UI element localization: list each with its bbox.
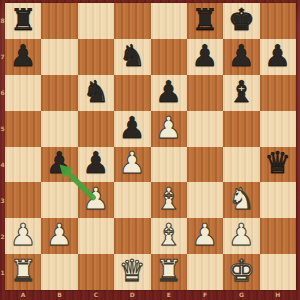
square-c8[interactable] [78, 3, 114, 39]
square-e2[interactable]: ♝ [151, 218, 187, 254]
square-b2[interactable]: ♟ [41, 218, 77, 254]
square-b4[interactable]: ♟ [41, 147, 77, 183]
file-label-d: D [114, 290, 150, 300]
rank-label-7: 7 [0, 53, 5, 60]
square-b5[interactable] [41, 111, 77, 147]
black-rook-a8[interactable]: ♜ [10, 5, 37, 35]
black-rook-f8[interactable]: ♜ [192, 5, 219, 35]
black-pawn-f7[interactable]: ♟ [192, 41, 219, 71]
rank-label-1: 1 [0, 269, 5, 276]
square-a6[interactable] [5, 75, 41, 111]
square-c1[interactable] [78, 254, 114, 290]
square-c5[interactable] [78, 111, 114, 147]
square-f3[interactable] [187, 182, 223, 218]
black-bishop-g6[interactable]: ♝ [228, 77, 255, 107]
square-b3[interactable] [41, 182, 77, 218]
square-c3[interactable]: ♟ [78, 182, 114, 218]
square-c6[interactable]: ♞ [78, 75, 114, 111]
square-h6[interactable] [260, 75, 296, 111]
square-d4[interactable]: ♟ [114, 147, 150, 183]
chess-board-frame: ♜♜♚♟♞♟♟♟♞♟♝♟♟♟♟♟♛♟♝♞♟♟♝♟♟♜♛♜♚ 87654321 A… [0, 0, 300, 300]
square-e7[interactable] [151, 39, 187, 75]
square-a3[interactable] [5, 182, 41, 218]
black-pawn-b4[interactable]: ♟ [46, 148, 73, 178]
square-b7[interactable] [41, 39, 77, 75]
white-rook-e1[interactable]: ♜ [155, 256, 182, 286]
square-c4[interactable]: ♟ [78, 147, 114, 183]
square-h3[interactable] [260, 182, 296, 218]
square-e8[interactable] [151, 3, 187, 39]
square-f4[interactable] [187, 147, 223, 183]
board: ♜♜♚♟♞♟♟♟♞♟♝♟♟♟♟♟♛♟♝♞♟♟♝♟♟♜♛♜♚ [5, 3, 296, 290]
square-c2[interactable] [78, 218, 114, 254]
black-king-g8[interactable]: ♚ [228, 5, 255, 35]
file-label-g: G [223, 290, 259, 300]
square-e4[interactable] [151, 147, 187, 183]
square-f8[interactable]: ♜ [187, 3, 223, 39]
white-pawn-a2[interactable]: ♟ [10, 220, 37, 250]
square-a5[interactable] [5, 111, 41, 147]
square-g5[interactable] [223, 111, 259, 147]
white-pawn-g2[interactable]: ♟ [228, 220, 255, 250]
rank-label-4: 4 [0, 161, 5, 168]
rank-label-3: 3 [0, 197, 5, 204]
square-g2[interactable]: ♟ [223, 218, 259, 254]
square-g1[interactable]: ♚ [223, 254, 259, 290]
black-pawn-d5[interactable]: ♟ [119, 113, 146, 143]
white-knight-g3[interactable]: ♞ [228, 184, 255, 214]
white-pawn-d4[interactable]: ♟ [119, 148, 146, 178]
square-d3[interactable] [114, 182, 150, 218]
square-g3[interactable]: ♞ [223, 182, 259, 218]
file-label-f: F [187, 290, 223, 300]
square-e6[interactable]: ♟ [151, 75, 187, 111]
square-e5[interactable]: ♟ [151, 111, 187, 147]
square-f7[interactable]: ♟ [187, 39, 223, 75]
square-h5[interactable] [260, 111, 296, 147]
file-label-c: C [78, 290, 114, 300]
square-h1[interactable] [260, 254, 296, 290]
file-label-e: E [151, 290, 187, 300]
white-pawn-b2[interactable]: ♟ [46, 220, 73, 250]
square-d6[interactable] [114, 75, 150, 111]
square-d2[interactable] [114, 218, 150, 254]
white-king-g1[interactable]: ♚ [228, 256, 255, 286]
square-f5[interactable] [187, 111, 223, 147]
white-rook-a1[interactable]: ♜ [10, 256, 37, 286]
square-a4[interactable] [5, 147, 41, 183]
square-f1[interactable] [187, 254, 223, 290]
square-b8[interactable] [41, 3, 77, 39]
black-knight-d7[interactable]: ♞ [119, 41, 146, 71]
square-b1[interactable] [41, 254, 77, 290]
black-pawn-e6[interactable]: ♟ [155, 77, 182, 107]
rank-label-5: 5 [0, 125, 5, 132]
black-pawn-h7[interactable]: ♟ [264, 41, 291, 71]
square-g6[interactable]: ♝ [223, 75, 259, 111]
square-h7[interactable]: ♟ [260, 39, 296, 75]
white-bishop-e2[interactable]: ♝ [155, 220, 182, 250]
file-label-h: H [260, 290, 296, 300]
square-d8[interactable] [114, 3, 150, 39]
square-h8[interactable] [260, 3, 296, 39]
square-d7[interactable]: ♞ [114, 39, 150, 75]
square-h2[interactable] [260, 218, 296, 254]
square-g7[interactable]: ♟ [223, 39, 259, 75]
black-knight-c6[interactable]: ♞ [82, 77, 109, 107]
white-queen-d1[interactable]: ♛ [119, 256, 146, 286]
file-label-a: A [5, 290, 41, 300]
file-label-b: B [42, 290, 78, 300]
rank-label-2: 2 [0, 233, 5, 240]
square-c7[interactable] [78, 39, 114, 75]
square-a8[interactable]: ♜ [5, 3, 41, 39]
square-h4[interactable]: ♛ [260, 147, 296, 183]
square-e3[interactable]: ♝ [151, 182, 187, 218]
square-a2[interactable]: ♟ [5, 218, 41, 254]
square-g8[interactable]: ♚ [223, 3, 259, 39]
white-pawn-c3[interactable]: ♟ [82, 184, 109, 214]
black-pawn-a7[interactable]: ♟ [10, 41, 37, 71]
square-d1[interactable]: ♛ [114, 254, 150, 290]
white-pawn-e5[interactable]: ♟ [155, 113, 182, 143]
square-a7[interactable]: ♟ [5, 39, 41, 75]
black-queen-h4[interactable]: ♛ [264, 148, 291, 178]
white-bishop-e3[interactable]: ♝ [155, 184, 182, 214]
white-pawn-f2[interactable]: ♟ [192, 220, 219, 250]
rank-label-6: 6 [0, 89, 5, 96]
square-g4[interactable] [223, 147, 259, 183]
square-f6[interactable] [187, 75, 223, 111]
square-d5[interactable]: ♟ [114, 111, 150, 147]
square-b6[interactable] [41, 75, 77, 111]
black-pawn-c4[interactable]: ♟ [82, 148, 109, 178]
rank-label-8: 8 [0, 17, 5, 24]
square-e1[interactable]: ♜ [151, 254, 187, 290]
square-a1[interactable]: ♜ [5, 254, 41, 290]
square-f2[interactable]: ♟ [187, 218, 223, 254]
black-pawn-g7[interactable]: ♟ [228, 41, 255, 71]
